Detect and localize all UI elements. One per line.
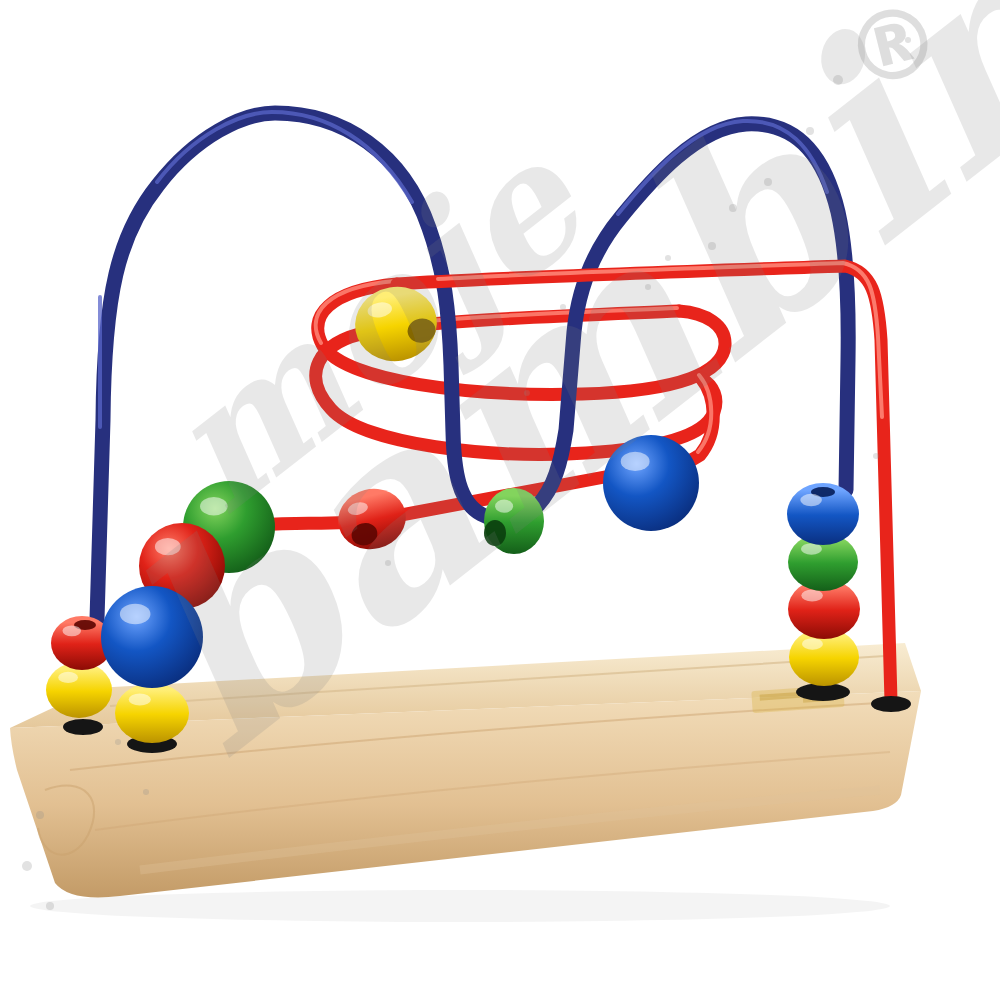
bead-highlight xyxy=(802,638,823,650)
bead-red-donut xyxy=(332,482,412,557)
bead-blue-sphere xyxy=(101,586,203,688)
bead-highlight xyxy=(801,590,823,602)
wire-grommet xyxy=(871,696,911,712)
wire-grommet xyxy=(63,719,103,735)
bead-highlight xyxy=(801,543,822,555)
floor-shadow xyxy=(30,890,890,922)
bead-highlight xyxy=(155,538,181,555)
bead-yellow-donut xyxy=(115,683,189,743)
bead-blue-donut xyxy=(787,483,859,545)
bead-highlight xyxy=(58,672,78,683)
bead-green-donut xyxy=(484,488,544,554)
bead-highlight xyxy=(62,625,81,636)
bead-highlight xyxy=(120,604,151,624)
product-photo: moje bambino ® xyxy=(0,0,1000,1000)
bead-blue-sphere xyxy=(603,435,699,531)
bead-highlight xyxy=(495,500,513,513)
bead-yellow-donut xyxy=(46,662,112,718)
bead-highlight xyxy=(129,694,151,706)
bead-maze-scene xyxy=(0,0,1000,1000)
bead-highlight xyxy=(800,494,822,506)
bead-hole xyxy=(484,520,506,546)
bead-highlight xyxy=(200,497,228,515)
bead-highlight xyxy=(621,452,650,471)
